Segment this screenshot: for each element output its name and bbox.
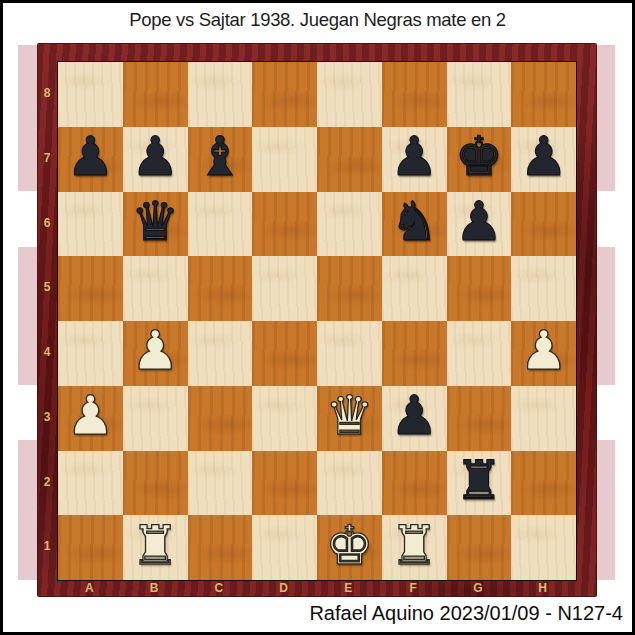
- square-c2[interactable]: [188, 451, 253, 516]
- square-h5[interactable]: [511, 256, 576, 321]
- rank-label-1: 1: [37, 514, 57, 579]
- rank-label-3: 3: [37, 385, 57, 450]
- square-e5[interactable]: [317, 256, 382, 321]
- square-a5[interactable]: [58, 256, 123, 321]
- pink-band-left-2: [18, 247, 37, 385]
- file-label-a: A: [57, 580, 122, 596]
- square-d5[interactable]: [252, 256, 317, 321]
- white-pawn[interactable]: ♟: [66, 384, 114, 448]
- white-pawn[interactable]: ♟: [131, 319, 179, 383]
- white-pawn[interactable]: ♟: [519, 319, 567, 383]
- file-label-g: G: [446, 580, 511, 596]
- black-king[interactable]: ♚: [455, 125, 503, 189]
- square-a3[interactable]: ♟: [58, 386, 123, 451]
- square-h3[interactable]: [511, 386, 576, 451]
- file-label-b: B: [122, 580, 187, 596]
- rank-label-5: 5: [37, 255, 57, 320]
- pink-band-right-2: [597, 247, 615, 385]
- black-pawn[interactable]: ♟: [131, 125, 179, 189]
- square-a8[interactable]: [58, 62, 123, 127]
- square-e4[interactable]: [317, 321, 382, 386]
- square-h2[interactable]: [511, 451, 576, 516]
- square-b2[interactable]: [123, 451, 188, 516]
- square-d4[interactable]: [252, 321, 317, 386]
- pink-band-right-3: [597, 440, 615, 580]
- square-f6[interactable]: ♞: [382, 192, 447, 257]
- chess-diagram-page: Pope vs Sajtar 1938. Juegan Negras mate …: [0, 0, 635, 635]
- square-a7[interactable]: ♟: [58, 127, 123, 192]
- square-a4[interactable]: [58, 321, 123, 386]
- square-e2[interactable]: [317, 451, 382, 516]
- black-pawn[interactable]: ♟: [390, 125, 438, 189]
- square-f5[interactable]: [382, 256, 447, 321]
- file-label-c: C: [187, 580, 252, 596]
- black-pawn[interactable]: ♟: [66, 125, 114, 189]
- square-e1[interactable]: ♚: [317, 515, 382, 580]
- square-d7[interactable]: [252, 127, 317, 192]
- square-c8[interactable]: [188, 62, 253, 127]
- square-f3[interactable]: ♟: [382, 386, 447, 451]
- black-knight[interactable]: ♞: [390, 190, 438, 254]
- square-b1[interactable]: ♜: [123, 515, 188, 580]
- white-rook[interactable]: ♜: [131, 514, 179, 578]
- square-f1[interactable]: ♜: [382, 515, 447, 580]
- square-e7[interactable]: [317, 127, 382, 192]
- black-queen[interactable]: ♛: [131, 190, 179, 254]
- black-bishop[interactable]: ♝: [196, 125, 244, 189]
- square-c5[interactable]: [188, 256, 253, 321]
- pink-band-left-1: [18, 45, 37, 191]
- rank-label-4: 4: [37, 320, 57, 385]
- square-a2[interactable]: [58, 451, 123, 516]
- square-f4[interactable]: [382, 321, 447, 386]
- square-e6[interactable]: [317, 192, 382, 257]
- square-b6[interactable]: ♛: [123, 192, 188, 257]
- square-c3[interactable]: [188, 386, 253, 451]
- black-pawn[interactable]: ♟: [390, 384, 438, 448]
- square-h6[interactable]: [511, 192, 576, 257]
- attribution-caption: Rafael Aquino 2023/01/09 - N127-4: [309, 602, 623, 625]
- square-c7[interactable]: ♝: [188, 127, 253, 192]
- file-label-h: H: [510, 580, 575, 596]
- square-b7[interactable]: ♟: [123, 127, 188, 192]
- chess-board[interactable]: ♟♟♝♟♚♟♛♞♟♟♟♟♛♟♜♜♚♜: [57, 61, 577, 581]
- square-d8[interactable]: [252, 62, 317, 127]
- rank-label-8: 8: [37, 61, 57, 126]
- rank-label-7: 7: [37, 126, 57, 191]
- square-d1[interactable]: [252, 515, 317, 580]
- file-label-e: E: [316, 580, 381, 596]
- square-g1[interactable]: [447, 515, 512, 580]
- file-label-d: D: [251, 580, 316, 596]
- square-d3[interactable]: [252, 386, 317, 451]
- page-title: Pope vs Sajtar 1938. Juegan Negras mate …: [0, 9, 635, 31]
- square-d2[interactable]: [252, 451, 317, 516]
- square-h8[interactable]: [511, 62, 576, 127]
- black-rook[interactable]: ♜: [455, 449, 503, 513]
- square-a6[interactable]: [58, 192, 123, 257]
- square-g5[interactable]: [447, 256, 512, 321]
- square-d6[interactable]: [252, 192, 317, 257]
- square-g2[interactable]: ♜: [447, 451, 512, 516]
- square-e8[interactable]: [317, 62, 382, 127]
- black-pawn[interactable]: ♟: [519, 125, 567, 189]
- black-pawn[interactable]: ♟: [455, 190, 503, 254]
- white-queen[interactable]: ♛: [325, 384, 373, 448]
- square-f2[interactable]: [382, 451, 447, 516]
- square-g6[interactable]: ♟: [447, 192, 512, 257]
- square-g4[interactable]: [447, 321, 512, 386]
- square-f7[interactable]: ♟: [382, 127, 447, 192]
- square-a1[interactable]: [58, 515, 123, 580]
- rank-label-2: 2: [37, 450, 57, 515]
- square-h4[interactable]: ♟: [511, 321, 576, 386]
- square-c4[interactable]: [188, 321, 253, 386]
- square-b4[interactable]: ♟: [123, 321, 188, 386]
- pink-band-right-1: [597, 45, 615, 191]
- square-h1[interactable]: [511, 515, 576, 580]
- board-frame: ♟♟♝♟♚♟♛♞♟♟♟♟♛♟♜♜♚♜ 87654321 ABCDEFGH: [37, 43, 597, 597]
- white-king[interactable]: ♚: [325, 514, 373, 578]
- square-c6[interactable]: [188, 192, 253, 257]
- square-f8[interactable]: [382, 62, 447, 127]
- square-b3[interactable]: [123, 386, 188, 451]
- square-b5[interactable]: [123, 256, 188, 321]
- square-g7[interactable]: ♚: [447, 127, 512, 192]
- square-h7[interactable]: ♟: [511, 127, 576, 192]
- square-c1[interactable]: [188, 515, 253, 580]
- square-e3[interactable]: ♛: [317, 386, 382, 451]
- file-label-f: F: [381, 580, 446, 596]
- rank-label-6: 6: [37, 191, 57, 256]
- square-g8[interactable]: [447, 62, 512, 127]
- white-rook[interactable]: ♜: [390, 514, 438, 578]
- square-b8[interactable]: [123, 62, 188, 127]
- square-g3[interactable]: [447, 386, 512, 451]
- pink-band-left-3: [18, 440, 37, 580]
